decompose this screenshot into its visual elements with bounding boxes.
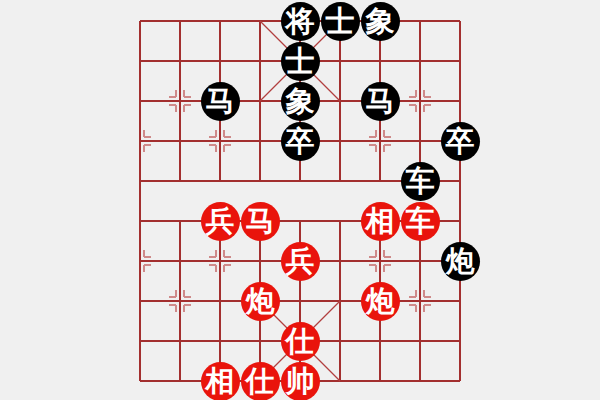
- piece-red-pawn[interactable]: 兵: [201, 202, 240, 241]
- piece-red-elephant[interactable]: 相: [361, 202, 400, 241]
- piece-black-cannon[interactable]: 炮: [441, 242, 480, 281]
- piece-black-general[interactable]: 将: [281, 2, 320, 41]
- piece-red-horse[interactable]: 马: [241, 202, 280, 241]
- piece-black-horse[interactable]: 马: [201, 82, 240, 121]
- piece-black-pawn[interactable]: 卒: [441, 122, 480, 161]
- piece-red-advisor[interactable]: 仕: [281, 322, 320, 361]
- piece-black-advisor[interactable]: 士: [321, 2, 360, 41]
- piece-red-elephant[interactable]: 相: [201, 362, 240, 400]
- piece-red-cannon[interactable]: 炮: [361, 282, 400, 321]
- piece-red-general[interactable]: 帅: [281, 362, 320, 400]
- piece-red-pawn[interactable]: 兵: [281, 242, 320, 281]
- piece-black-elephant[interactable]: 象: [281, 82, 320, 121]
- piece-red-chariot[interactable]: 车: [401, 202, 440, 241]
- piece-red-advisor[interactable]: 仕: [241, 362, 280, 400]
- piece-black-elephant[interactable]: 象: [361, 2, 400, 41]
- piece-black-chariot[interactable]: 车: [401, 162, 440, 201]
- xiangqi-app: 将士象士马象马卒卒车炮兵马相车兵炮炮仕相仕帅: [0, 0, 600, 400]
- piece-black-advisor[interactable]: 士: [281, 42, 320, 81]
- xiangqi-board[interactable]: 将士象士马象马卒卒车炮兵马相车兵炮炮仕相仕帅: [0, 0, 600, 400]
- piece-black-pawn[interactable]: 卒: [281, 122, 320, 161]
- piece-red-cannon[interactable]: 炮: [241, 282, 280, 321]
- piece-black-horse[interactable]: 马: [361, 82, 400, 121]
